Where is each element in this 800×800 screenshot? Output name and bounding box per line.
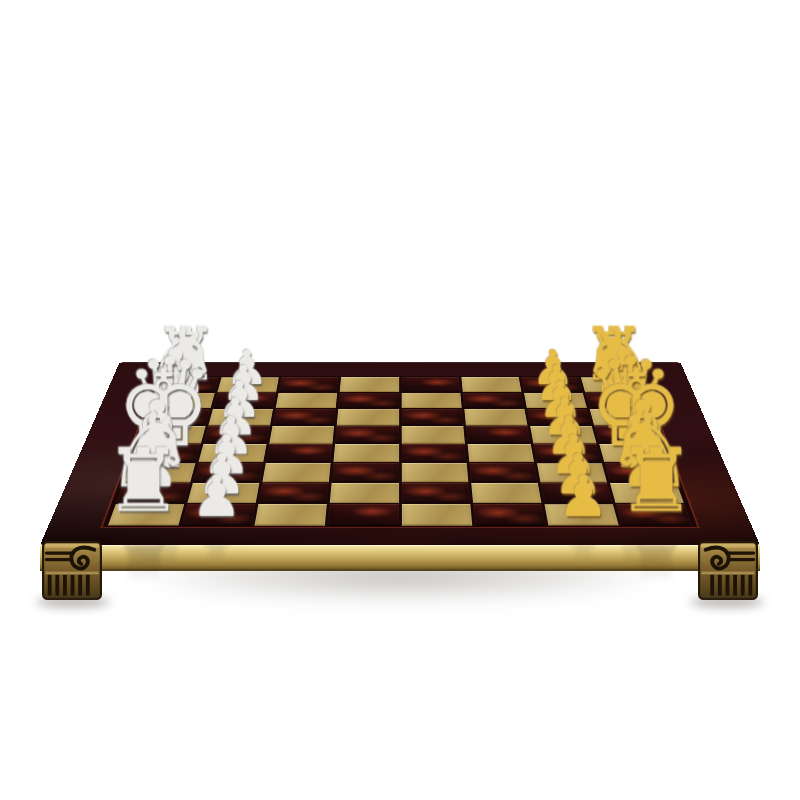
square: ♟ — [544, 504, 618, 525]
square — [334, 444, 399, 462]
square — [340, 377, 399, 392]
square — [401, 409, 463, 425]
square — [469, 463, 537, 482]
square — [330, 483, 399, 503]
square — [401, 504, 471, 525]
square — [266, 444, 333, 462]
bronze-foot-right — [698, 541, 758, 600]
square — [401, 444, 466, 462]
ionic-scroll-icon — [42, 541, 102, 600]
square — [467, 444, 534, 462]
square — [279, 377, 339, 392]
square — [255, 504, 327, 525]
square — [461, 377, 521, 392]
square: ♟ — [181, 504, 255, 525]
square — [473, 504, 545, 525]
ionic-scroll-icon — [698, 541, 758, 600]
chess-board: ♜♟♟♜♞♟♟♞♝♟♟♝♛♟♟♛♚♟♟♚♝♟♟♝♞♟♟♞♜♟♟♜ — [40, 362, 760, 545]
silver-pawn-piece: ♟ — [192, 468, 243, 525]
square: ♜ — [108, 504, 184, 525]
square — [401, 463, 468, 482]
square — [401, 377, 460, 392]
square — [270, 426, 335, 443]
square — [401, 426, 464, 443]
square — [328, 504, 398, 525]
square — [466, 426, 531, 443]
gold-rook-piece: ♜ — [617, 437, 696, 525]
square — [263, 463, 331, 482]
square — [471, 483, 541, 503]
square — [401, 483, 470, 503]
square — [259, 483, 329, 503]
square — [337, 409, 399, 425]
square — [273, 409, 336, 425]
gold-pawn-piece: ♟ — [558, 468, 609, 525]
square — [339, 393, 399, 409]
square: ♜ — [616, 504, 692, 525]
foot-shadow-right — [690, 596, 764, 608]
square — [335, 426, 398, 443]
silver-rook-piece: ♜ — [104, 437, 183, 525]
board-field: ♜♟♟♜♞♟♟♞♝♟♟♝♛♟♟♛♚♟♟♚♝♟♟♝♞♟♟♞♜♟♟♜ — [103, 376, 698, 527]
photo-backdrop: ♜♟♟♜♞♟♟♞♝♟♟♝♛♟♟♛♚♟♟♚♝♟♟♝♞♟♟♞♜♟♟♜ — [0, 0, 800, 800]
square — [463, 393, 525, 409]
square — [401, 393, 461, 409]
square — [276, 393, 338, 409]
foot-shadow-left — [36, 596, 110, 608]
square — [332, 463, 399, 482]
square — [464, 409, 527, 425]
bronze-foot-left — [42, 541, 102, 600]
